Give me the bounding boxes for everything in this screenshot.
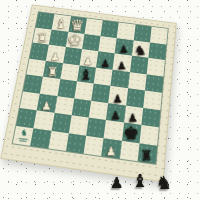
chess-board-mat: ♝♛♜♚♟♞♟♟♟♟♜♝♟♟♟♟♚♞♟♜: [0, 4, 177, 182]
photo-background: ♝♛♜♚♟♞♟♟♟♟♜♝♟♟♟♟♚♞♟♜ ♟♝♞: [0, 0, 200, 200]
white-bishop[interactable]: ♝: [55, 17, 68, 30]
white-rook[interactable]: ♜: [47, 66, 59, 78]
captured-black-bishop[interactable]: ♝: [132, 172, 148, 200]
black-bishop[interactable]: ♝: [80, 68, 93, 82]
white-pawn[interactable]: ♟: [106, 146, 116, 158]
white-pawn[interactable]: ♟: [50, 52, 60, 62]
black-pawn[interactable]: ♟: [117, 60, 127, 70]
black-knight[interactable]: ♞: [134, 44, 147, 57]
black-king[interactable]: ♚: [123, 124, 139, 142]
crest-icon: ♞: [18, 129, 28, 138]
white-pawn[interactable]: ♟: [84, 56, 94, 66]
square-f1[interactable]: ♟: [101, 138, 121, 159]
square-g1[interactable]: [119, 140, 139, 161]
captured-black-pawn[interactable]: ♟: [110, 176, 123, 200]
black-pawn[interactable]: ♟: [100, 58, 110, 68]
white-pawn[interactable]: ♟: [41, 101, 51, 112]
white-king[interactable]: ♚: [67, 33, 82, 48]
board-logo: ♞: [18, 129, 29, 142]
captured-black-knight[interactable]: ♞: [156, 174, 172, 200]
black-pawn[interactable]: ♟: [110, 110, 120, 121]
black-pawn[interactable]: ♟: [113, 93, 123, 104]
square-h1[interactable]: ♜: [137, 143, 157, 164]
square-g7[interactable]: ♞: [131, 40, 149, 58]
square-g2[interactable]: ♚: [122, 122, 142, 142]
white-rook[interactable]: ♜: [36, 32, 48, 44]
square-c7[interactable]: ♚: [65, 31, 84, 49]
black-pawn[interactable]: ♟: [119, 45, 129, 55]
black-rook[interactable]: ♜: [141, 149, 154, 163]
chess-board: ♝♛♜♚♟♞♟♟♟♟♜♝♟♟♟♟♚♞♟♜: [12, 11, 169, 165]
